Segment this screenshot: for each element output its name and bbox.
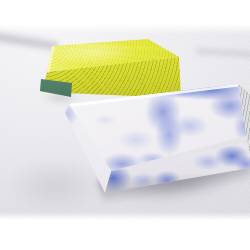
product-photo xyxy=(0,0,250,250)
marbled-soap-dish xyxy=(60,80,250,200)
